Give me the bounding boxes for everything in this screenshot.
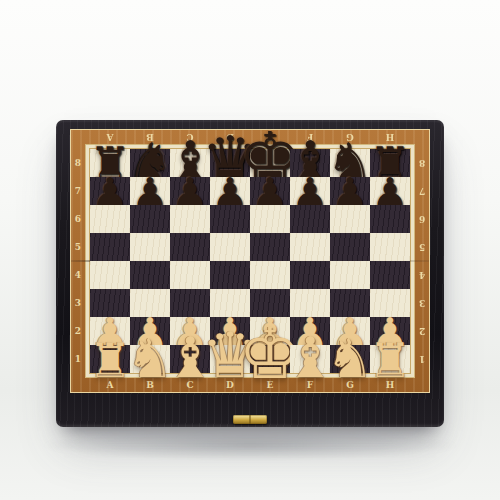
square-d4[interactable]	[210, 261, 250, 289]
coord-label-rank-6: 6	[71, 205, 85, 233]
square-f6[interactable]	[290, 205, 330, 233]
square-f4[interactable]	[290, 261, 330, 289]
coord-label-rank-3: 3	[71, 289, 85, 317]
square-g1[interactable]: ♞	[330, 345, 370, 373]
coord-label-rank-3: 3	[415, 289, 429, 317]
coord-label-rank-5: 5	[71, 233, 85, 261]
square-e4[interactable]	[250, 261, 290, 289]
square-g4[interactable]	[330, 261, 370, 289]
square-h7[interactable]: ♟	[370, 177, 410, 205]
brass-latch-icon	[233, 415, 267, 424]
piece-white-rook[interactable]: ♜	[368, 336, 411, 384]
coord-label-rank-2: 2	[71, 317, 85, 345]
square-a7[interactable]: ♟	[90, 177, 130, 205]
coord-label-rank-1: 1	[71, 345, 85, 373]
square-e5[interactable]	[250, 233, 290, 261]
square-f7[interactable]: ♟	[290, 177, 330, 205]
board-border-inlay: ABCDEFGH ABCDEFGH 87654321 87654321 ♜♞♝♛…	[70, 129, 430, 393]
square-h4[interactable]	[370, 261, 410, 289]
square-b4[interactable]	[130, 261, 170, 289]
square-d5[interactable]	[210, 233, 250, 261]
square-h6[interactable]	[370, 205, 410, 233]
piece-white-rook[interactable]: ♜	[88, 336, 131, 384]
square-b5[interactable]	[130, 233, 170, 261]
square-g5[interactable]	[330, 233, 370, 261]
piece-white-knight[interactable]: ♞	[326, 332, 374, 385]
square-g7[interactable]: ♟	[330, 177, 370, 205]
coord-label-rank-4: 4	[71, 261, 85, 289]
square-f1[interactable]: ♝	[290, 345, 330, 373]
square-a6[interactable]	[90, 205, 130, 233]
chessboard: ABCDEFGH ABCDEFGH 87654321 87654321 ♜♞♝♛…	[56, 120, 444, 427]
square-d7[interactable]: ♟	[210, 177, 250, 205]
square-c7[interactable]: ♟	[170, 177, 210, 205]
coord-label-rank-8: 8	[71, 149, 85, 177]
square-f5[interactable]	[290, 233, 330, 261]
coord-label-rank-2: 2	[415, 317, 429, 345]
coord-label-rank-8: 8	[415, 149, 429, 177]
square-h5[interactable]	[370, 233, 410, 261]
board-squares: ♜♞♝♛♚♝♞♜♟♟♟♟♟♟♟♟♟♟♟♟♟♟♟♟♜♞♝♛♚♝♞♜	[90, 149, 410, 373]
square-a4[interactable]	[90, 261, 130, 289]
square-e6[interactable]	[250, 205, 290, 233]
photo-scene: ABCDEFGH ABCDEFGH 87654321 87654321 ♜♞♝♛…	[0, 0, 500, 500]
coord-label-rank-4: 4	[415, 261, 429, 289]
square-c4[interactable]	[170, 261, 210, 289]
square-a1[interactable]: ♜	[90, 345, 130, 373]
board-shadow	[45, 430, 455, 460]
square-h1[interactable]: ♜	[370, 345, 410, 373]
coord-label-rank-6: 6	[415, 205, 429, 233]
coord-label-rank-7: 7	[71, 177, 85, 205]
square-e7[interactable]: ♟	[250, 177, 290, 205]
coord-label-rank-7: 7	[415, 177, 429, 205]
square-b7[interactable]: ♟	[130, 177, 170, 205]
coord-label-rank-5: 5	[415, 233, 429, 261]
square-d6[interactable]	[210, 205, 250, 233]
square-c6[interactable]	[170, 205, 210, 233]
square-g6[interactable]	[330, 205, 370, 233]
square-a5[interactable]	[90, 233, 130, 261]
coord-label-rank-1: 1	[415, 345, 429, 373]
square-b6[interactable]	[130, 205, 170, 233]
square-c5[interactable]	[170, 233, 210, 261]
